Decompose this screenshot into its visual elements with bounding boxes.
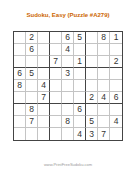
sudoku-cell (50, 32, 62, 44)
sudoku-cell: 4 (110, 116, 122, 128)
sudoku-cell: 7 (26, 116, 38, 128)
sudoku-cell (110, 68, 122, 80)
sudoku-cell (38, 68, 50, 80)
sudoku-cell: 8 (26, 104, 38, 116)
sudoku-cell (74, 80, 86, 92)
sudoku-cell (26, 92, 38, 104)
sudoku-cell: 3 (86, 128, 98, 140)
sudoku-cell: 6 (14, 68, 26, 80)
sudoku-cell (62, 80, 74, 92)
sudoku-cell (38, 32, 50, 44)
sudoku-cell (38, 44, 50, 56)
sudoku-cell (74, 68, 86, 80)
sudoku-cell (110, 104, 122, 116)
sudoku-cell (98, 80, 110, 92)
sudoku-cell (38, 116, 50, 128)
sudoku-cell: 7 (50, 56, 62, 68)
sudoku-cell (50, 104, 62, 116)
sudoku-cell: 5 (26, 68, 38, 80)
sudoku-cell (14, 104, 26, 116)
sudoku-cell: 4 (74, 128, 86, 140)
sudoku-page: Sudoku, Easy (Puzzle #A279) 265816471265… (0, 0, 136, 176)
sudoku-cell (62, 92, 74, 104)
sudoku-cell (74, 92, 86, 104)
sudoku-cell: 2 (86, 92, 98, 104)
sudoku-cell (38, 128, 50, 140)
sudoku-cell (50, 92, 62, 104)
puzzle-title: Sudoku, Easy (Puzzle #A279) (0, 12, 136, 18)
sudoku-cell (14, 44, 26, 56)
sudoku-cell: 6 (74, 104, 86, 116)
sudoku-cell (14, 92, 26, 104)
sudoku-cell (50, 68, 62, 80)
sudoku-cell (62, 56, 74, 68)
sudoku-cell (86, 56, 98, 68)
sudoku-cell (98, 44, 110, 56)
sudoku-cell (74, 116, 86, 128)
sudoku-cell (50, 44, 62, 56)
sudoku-cell: 6 (62, 32, 74, 44)
sudoku-cell (110, 80, 122, 92)
sudoku-cell (110, 44, 122, 56)
sudoku-cell (26, 56, 38, 68)
sudoku-cell: 6 (26, 44, 38, 56)
sudoku-cell: 6 (110, 92, 122, 104)
sudoku-cell (86, 32, 98, 44)
sudoku-cell: 5 (74, 32, 86, 44)
sudoku-cell (14, 32, 26, 44)
sudoku-cell: 7 (98, 128, 110, 140)
sudoku-cell (74, 44, 86, 56)
sudoku-cell (98, 56, 110, 68)
sudoku-cell: 3 (62, 68, 74, 80)
sudoku-cell (50, 128, 62, 140)
sudoku-cell: 2 (26, 32, 38, 44)
sudoku-cell: 8 (98, 32, 110, 44)
sudoku-cell: 4 (98, 92, 110, 104)
sudoku-cell (50, 80, 62, 92)
sudoku-cell: 8 (62, 116, 74, 128)
sudoku-cell (62, 128, 74, 140)
sudoku-cell (110, 128, 122, 140)
sudoku-cell (86, 68, 98, 80)
sudoku-cell (38, 56, 50, 68)
sudoku-grid: 2658164712653847246867854437 (13, 31, 123, 141)
sudoku-cell (86, 44, 98, 56)
sudoku-cell: 4 (62, 44, 74, 56)
sudoku-cell (98, 68, 110, 80)
sudoku-cell: 2 (110, 56, 122, 68)
sudoku-cell (26, 128, 38, 140)
sudoku-cell (98, 104, 110, 116)
sudoku-cell (50, 116, 62, 128)
sudoku-cell (14, 128, 26, 140)
sudoku-cell (38, 104, 50, 116)
sudoku-cell (14, 56, 26, 68)
sudoku-cell: 1 (110, 32, 122, 44)
sudoku-cell: 7 (38, 92, 50, 104)
sudoku-cell (98, 116, 110, 128)
footer-url: www.PrintFreeSudoku.com (0, 162, 136, 167)
sudoku-cell: 8 (14, 80, 26, 92)
sudoku-cell (14, 116, 26, 128)
sudoku-cell: 5 (86, 116, 98, 128)
sudoku-cell (86, 80, 98, 92)
sudoku-cell: 4 (38, 80, 50, 92)
sudoku-cell: 1 (74, 56, 86, 68)
sudoku-cell (86, 104, 98, 116)
sudoku-cell (26, 80, 38, 92)
sudoku-cell (62, 104, 74, 116)
